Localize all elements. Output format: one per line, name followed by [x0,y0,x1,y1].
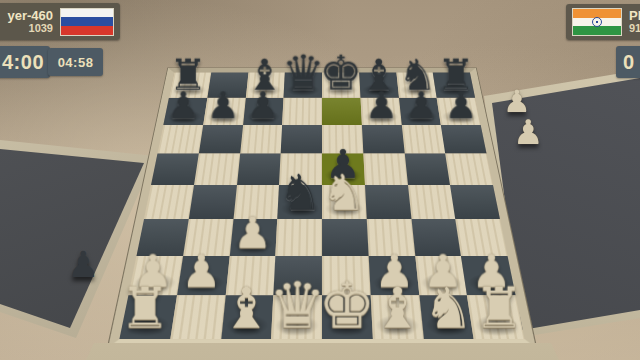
square-d1[interactable]: ♛ [271,295,322,339]
black-pawn-h7[interactable]: ♟ [444,88,477,123]
square-b4[interactable] [189,185,237,219]
square-a6[interactable] [157,125,203,154]
black-pawn-c7[interactable]: ♟ [246,88,279,123]
square-a1[interactable]: ♜ [119,295,176,339]
russia-flag-icon [60,8,114,36]
player-panel-right: Pla 911 [566,4,640,40]
black-pawn-f7[interactable]: ♟ [365,88,398,123]
square-h7[interactable]: ♟ [437,98,481,125]
square-h4[interactable] [450,185,500,219]
black-pawn-a7[interactable]: ♟ [167,88,200,123]
square-g6[interactable] [401,125,445,154]
square-h5[interactable] [445,154,493,185]
player-right-rating: 911 [629,23,640,35]
white-pawn-c3[interactable]: ♟ [233,212,272,253]
white-rook-a1[interactable]: ♜ [120,282,171,336]
square-b7[interactable]: ♟ [203,98,245,125]
square-f7[interactable]: ♟ [360,98,401,125]
white-bishop-c1[interactable]: ♝ [221,282,272,336]
black-queen-d8[interactable]: ♛ [281,50,324,96]
player-right-name: Pla [629,9,640,23]
captured-black-pawn: ♟ [67,247,99,283]
player-left-rating: 1039 [29,23,53,35]
player-left-name: yer-460 [7,9,53,23]
clock-left-secondary: 04:58 [48,48,103,76]
white-knight-g1[interactable]: ♞ [423,282,474,336]
square-e4[interactable]: ♞ [322,185,366,219]
square-c6[interactable] [240,125,283,154]
white-queen-d1[interactable]: ♛ [268,275,325,336]
white-knight-e4[interactable]: ♞ [322,169,367,216]
black-pawn-b7[interactable]: ♟ [207,88,240,123]
square-a4[interactable] [144,185,194,219]
square-e8[interactable]: ♚ [322,73,360,98]
black-knight-d4[interactable]: ♞ [277,169,322,216]
square-b5[interactable] [194,154,240,185]
square-a7[interactable]: ♟ [163,98,207,125]
square-f6[interactable] [362,125,405,154]
square-g7[interactable]: ♟ [399,98,441,125]
square-d7[interactable] [282,98,322,125]
square-d4[interactable]: ♞ [278,185,322,219]
square-e3[interactable] [322,219,368,256]
clock-left-main: 4:00 [0,46,50,78]
square-g1[interactable]: ♞ [419,295,474,339]
clock-right-main: 0 [616,46,640,78]
square-g5[interactable] [404,154,450,185]
black-pawn-g7[interactable]: ♟ [404,88,437,123]
square-d6[interactable] [281,125,322,154]
black-king-e8[interactable]: ♚ [319,50,362,96]
square-e7[interactable] [322,98,362,125]
square-b6[interactable] [199,125,243,154]
square-c7[interactable]: ♟ [243,98,284,125]
square-f4[interactable] [365,185,411,219]
square-d8[interactable]: ♛ [284,73,322,98]
square-h1[interactable]: ♜ [467,295,524,339]
square-g4[interactable] [408,185,456,219]
white-bishop-f1[interactable]: ♝ [372,282,423,336]
ashoka-chakra-icon [592,17,602,27]
square-f5[interactable] [363,154,407,185]
india-flag-icon [572,8,622,36]
square-c3[interactable]: ♟ [229,219,277,256]
square-h6[interactable] [441,125,487,154]
white-king-e1[interactable]: ♚ [319,275,376,336]
square-c1[interactable]: ♝ [221,295,274,339]
square-b1[interactable] [170,295,225,339]
white-pawn-b2[interactable]: ♟ [181,250,221,293]
square-e1[interactable]: ♚ [322,295,373,339]
captured-white-pawn-2: ♟ [513,115,543,149]
square-d3[interactable] [276,219,322,256]
white-rook-h1[interactable]: ♜ [473,282,524,336]
square-f1[interactable]: ♝ [370,295,423,339]
chess-board[interactable]: ♜♝♛♚♝♞♜♟♟♟♟♟♟♟♞♞♟♟♟♟♟♟♜♝♛♚♝♞♜ [108,68,536,348]
square-a5[interactable] [151,154,199,185]
square-c5[interactable] [237,154,281,185]
player-panel-left: yer-460 1039 [0,3,120,40]
